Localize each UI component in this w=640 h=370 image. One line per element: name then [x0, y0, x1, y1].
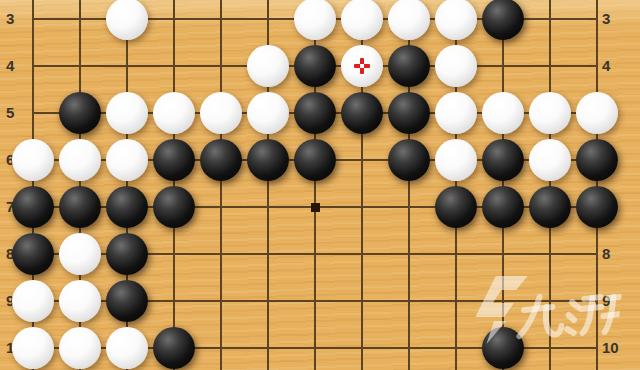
black-stone-r6c13 [576, 139, 618, 181]
white-stone-r5c11 [482, 92, 524, 134]
go-app-screenshot: 334455667788991010 [0, 0, 640, 370]
go-board[interactable]: 334455667788991010 [0, 0, 640, 370]
last-move-marker-center [360, 64, 364, 68]
grid-line-vertical [549, 0, 551, 370]
white-stone-r6c2 [59, 139, 101, 181]
black-stone-r5c7 [294, 92, 336, 134]
white-stone-r3c9 [388, 0, 430, 40]
black-stone-r6c7 [294, 139, 336, 181]
white-stone-r4c6 [247, 45, 289, 87]
white-stone-r5c13 [576, 92, 618, 134]
black-stone-r7c11 [482, 186, 524, 228]
black-stone-r5c9 [388, 92, 430, 134]
grid-line-vertical [173, 0, 175, 370]
white-stone-r6c12 [529, 139, 571, 181]
white-stone-r9c2 [59, 280, 101, 322]
black-stone-r7c10 [435, 186, 477, 228]
black-stone-r6c5 [200, 139, 242, 181]
black-stone-r4c9 [388, 45, 430, 87]
white-stone-r5c3 [106, 92, 148, 134]
star-point [311, 203, 320, 212]
row-label-right-9: 9 [602, 291, 632, 311]
black-stone-r7c2 [59, 186, 101, 228]
white-stone-r3c10 [435, 0, 477, 40]
white-stone-r6c1 [12, 139, 54, 181]
black-stone-r7c13 [576, 186, 618, 228]
row-label-right-10: 10 [602, 338, 632, 358]
white-stone-r6c3 [106, 139, 148, 181]
white-stone-r10c2 [59, 327, 101, 369]
white-stone-r5c5 [200, 92, 242, 134]
black-stone-r3c11 [482, 0, 524, 40]
white-stone-r8c2 [59, 233, 101, 275]
white-stone-r4c10 [435, 45, 477, 87]
last-move-marker [354, 58, 370, 74]
black-stone-r8c3 [106, 233, 148, 275]
grid-line-vertical [596, 0, 598, 370]
white-stone-r10c1 [12, 327, 54, 369]
row-label-right-3: 3 [602, 9, 632, 29]
black-stone-r7c12 [529, 186, 571, 228]
row-label-left-4: 4 [6, 56, 32, 76]
grid-line-vertical [220, 0, 222, 370]
grid-line-vertical [502, 0, 504, 370]
white-stone-r10c3 [106, 327, 148, 369]
black-stone-r5c2 [59, 92, 101, 134]
white-stone-r5c6 [247, 92, 289, 134]
black-stone-r10c11 [482, 327, 524, 369]
white-stone-r3c8 [341, 0, 383, 40]
black-stone-r6c9 [388, 139, 430, 181]
black-stone-r7c4 [153, 186, 195, 228]
row-label-right-4: 4 [602, 56, 632, 76]
black-stone-r6c11 [482, 139, 524, 181]
black-stone-r10c4 [153, 327, 195, 369]
black-stone-r4c7 [294, 45, 336, 87]
black-stone-r6c4 [153, 139, 195, 181]
white-stone-r5c12 [529, 92, 571, 134]
black-stone-r8c1 [12, 233, 54, 275]
white-stone-r5c10 [435, 92, 477, 134]
white-stone-r5c4 [153, 92, 195, 134]
black-stone-r7c3 [106, 186, 148, 228]
row-label-right-8: 8 [602, 244, 632, 264]
black-stone-r5c8 [341, 92, 383, 134]
white-stone-r9c1 [12, 280, 54, 322]
black-stone-r7c1 [12, 186, 54, 228]
black-stone-r9c3 [106, 280, 148, 322]
white-stone-r6c10 [435, 139, 477, 181]
row-label-left-3: 3 [6, 9, 32, 29]
row-label-left-5: 5 [6, 103, 32, 123]
white-stone-r3c3 [106, 0, 148, 40]
black-stone-r6c6 [247, 139, 289, 181]
white-stone-r3c7 [294, 0, 336, 40]
